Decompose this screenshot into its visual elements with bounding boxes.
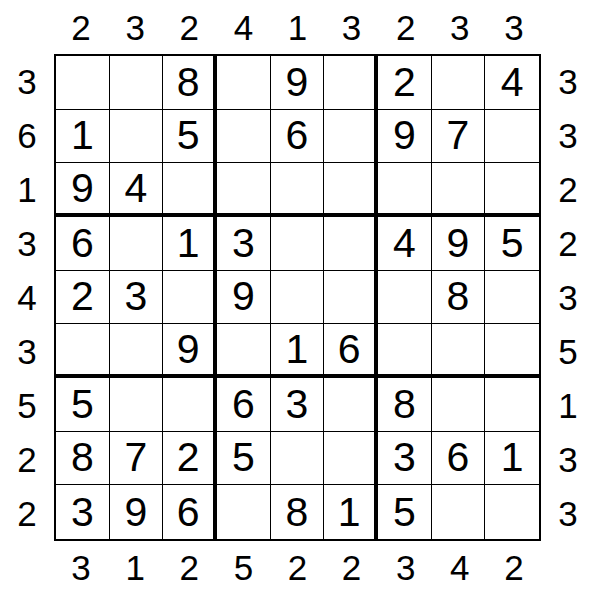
right-clue-6: 5: [541, 325, 595, 379]
cell-r3c6[interactable]: [324, 163, 378, 217]
cell-r5c9[interactable]: [485, 271, 539, 325]
cell-r3c2[interactable]: 4: [110, 163, 164, 217]
cell-r9c1[interactable]: 3: [56, 485, 110, 539]
cell-r1c6[interactable]: [324, 56, 378, 110]
cell-r3c3[interactable]: [163, 163, 217, 217]
cell-r5c3[interactable]: [163, 271, 217, 325]
cell-r4c8[interactable]: 9: [432, 217, 486, 271]
cell-r7c1[interactable]: 5: [56, 378, 110, 432]
cell-r7c4[interactable]: 6: [217, 378, 271, 432]
cell-r7c2[interactable]: [110, 378, 164, 432]
right-clue-4: 2: [541, 216, 595, 270]
cell-r9c4[interactable]: [217, 485, 271, 539]
left-clue-6: 3: [0, 325, 54, 379]
top-clue-3: 2: [162, 0, 216, 54]
cell-r8c7[interactable]: 3: [378, 432, 432, 486]
cell-r9c9[interactable]: [485, 485, 539, 539]
bottom-clue-3: 2: [162, 541, 216, 595]
cell-r7c8[interactable]: [432, 378, 486, 432]
cell-r5c6[interactable]: [324, 271, 378, 325]
cell-r5c5[interactable]: [271, 271, 325, 325]
cell-r7c6[interactable]: [324, 378, 378, 432]
cell-r1c5[interactable]: 9: [271, 56, 325, 110]
cell-r6c8[interactable]: [432, 324, 486, 378]
bottom-clue-9: 2: [487, 541, 541, 595]
cell-r4c7[interactable]: 4: [378, 217, 432, 271]
cell-r2c3[interactable]: 5: [163, 110, 217, 164]
top-clue-8: 3: [433, 0, 487, 54]
cell-r4c5[interactable]: [271, 217, 325, 271]
top-clue-4: 4: [216, 0, 270, 54]
cell-r4c9[interactable]: 5: [485, 217, 539, 271]
cell-r3c9[interactable]: [485, 163, 539, 217]
left-clue-8: 2: [0, 433, 54, 487]
right-clue-5: 3: [541, 270, 595, 324]
right-clue-9: 3: [541, 487, 595, 541]
bottom-clue-8: 4: [433, 541, 487, 595]
top-clue-2: 3: [108, 0, 162, 54]
cell-r1c7[interactable]: 2: [378, 56, 432, 110]
cell-r3c1[interactable]: 9: [56, 163, 110, 217]
cell-r9c3[interactable]: 6: [163, 485, 217, 539]
right-clue-1: 3: [541, 54, 595, 108]
cell-r5c1[interactable]: 2: [56, 271, 110, 325]
bottom-clue-5: 2: [270, 541, 324, 595]
top-clue-9: 3: [487, 0, 541, 54]
cell-r6c2[interactable]: [110, 324, 164, 378]
cell-r8c9[interactable]: 1: [485, 432, 539, 486]
cell-r7c3[interactable]: [163, 378, 217, 432]
cell-r1c9[interactable]: 4: [485, 56, 539, 110]
cell-r6c6[interactable]: 6: [324, 324, 378, 378]
right-clue-8: 3: [541, 433, 595, 487]
cell-r7c9[interactable]: [485, 378, 539, 432]
cell-r8c2[interactable]: 7: [110, 432, 164, 486]
cell-r4c6[interactable]: [324, 217, 378, 271]
cell-r3c4[interactable]: [217, 163, 271, 217]
cell-r2c8[interactable]: 7: [432, 110, 486, 164]
bottom-clue-6: 2: [325, 541, 379, 595]
cell-r6c4[interactable]: [217, 324, 271, 378]
cell-r3c5[interactable]: [271, 163, 325, 217]
bottom-clue-7: 3: [379, 541, 433, 595]
cell-r8c4[interactable]: 5: [217, 432, 271, 486]
cell-r7c5[interactable]: 3: [271, 378, 325, 432]
cell-r2c6[interactable]: [324, 110, 378, 164]
cell-r4c1[interactable]: 6: [56, 217, 110, 271]
cell-r1c1[interactable]: [56, 56, 110, 110]
cell-r1c3[interactable]: 8: [163, 56, 217, 110]
cell-r5c8[interactable]: 8: [432, 271, 486, 325]
cell-r8c3[interactable]: 2: [163, 432, 217, 486]
cell-r2c4[interactable]: [217, 110, 271, 164]
top-clue-7: 2: [379, 0, 433, 54]
top-clue-1: 2: [54, 0, 108, 54]
cell-r1c4[interactable]: [217, 56, 271, 110]
cell-r9c8[interactable]: [432, 485, 486, 539]
cell-r1c2[interactable]: [110, 56, 164, 110]
cell-r8c5[interactable]: [271, 432, 325, 486]
right-clue-7: 1: [541, 379, 595, 433]
cell-r4c3[interactable]: 1: [163, 217, 217, 271]
cell-r9c6[interactable]: 1: [324, 485, 378, 539]
cell-r6c1[interactable]: [56, 324, 110, 378]
cell-r6c7[interactable]: [378, 324, 432, 378]
left-clue-3: 1: [0, 162, 54, 216]
cell-r4c2[interactable]: [110, 217, 164, 271]
left-clue-7: 5: [0, 379, 54, 433]
bottom-clue-1: 3: [54, 541, 108, 595]
cell-r6c3[interactable]: 9: [163, 324, 217, 378]
cell-r8c6[interactable]: [324, 432, 378, 486]
cell-r6c5[interactable]: 1: [271, 324, 325, 378]
sudoku-page: 8924156979461349523989165638872536139681…: [0, 0, 595, 595]
top-clue-6: 3: [325, 0, 379, 54]
cell-r2c5[interactable]: 6: [271, 110, 325, 164]
cell-r2c9[interactable]: [485, 110, 539, 164]
cell-r9c5[interactable]: 8: [271, 485, 325, 539]
bottom-clue-4: 5: [216, 541, 270, 595]
cell-r5c2[interactable]: 3: [110, 271, 164, 325]
cell-r4c4[interactable]: 3: [217, 217, 271, 271]
right-clue-3: 2: [541, 162, 595, 216]
left-clue-5: 4: [0, 270, 54, 324]
left-clue-9: 2: [0, 487, 54, 541]
cell-r9c2[interactable]: 9: [110, 485, 164, 539]
cell-r8c1[interactable]: 8: [56, 432, 110, 486]
cell-r2c1[interactable]: 1: [56, 110, 110, 164]
left-clue-4: 3: [0, 216, 54, 270]
right-clue-2: 3: [541, 108, 595, 162]
left-clue-2: 6: [0, 108, 54, 162]
cell-r3c7[interactable]: [378, 163, 432, 217]
cell-r2c7[interactable]: 9: [378, 110, 432, 164]
cell-r1c8[interactable]: [432, 56, 486, 110]
sudoku-board: 8924156979461349523989165638872536139681…: [54, 54, 541, 541]
cell-r5c4[interactable]: 9: [217, 271, 271, 325]
sudoku-layout: 8924156979461349523989165638872536139681…: [0, 0, 595, 595]
cell-r7c7[interactable]: 8: [378, 378, 432, 432]
cell-r9c7[interactable]: 5: [378, 485, 432, 539]
cell-r6c9[interactable]: [485, 324, 539, 378]
cell-r3c8[interactable]: [432, 163, 486, 217]
bottom-clue-2: 1: [108, 541, 162, 595]
cell-r8c8[interactable]: 6: [432, 432, 486, 486]
cell-r2c2[interactable]: [110, 110, 164, 164]
cell-r5c7[interactable]: [378, 271, 432, 325]
left-clue-1: 3: [0, 54, 54, 108]
top-clue-5: 1: [270, 0, 324, 54]
